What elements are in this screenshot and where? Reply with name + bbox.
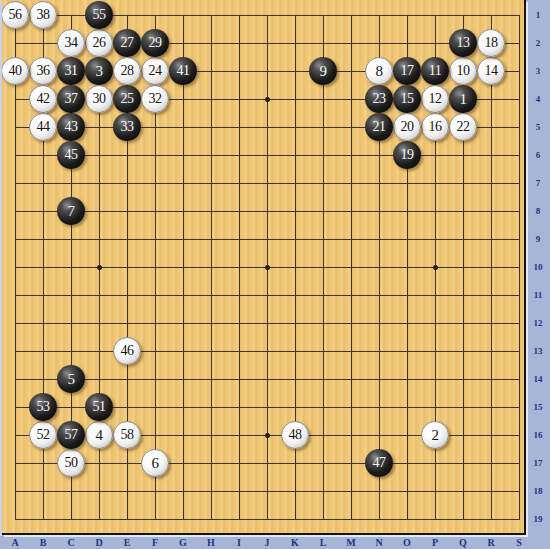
move-number: 33 <box>121 113 134 141</box>
stone-white-22[interactable]: 22 <box>449 113 477 141</box>
column-label-D: D <box>89 537 109 549</box>
row-label-3: 3 <box>529 66 547 77</box>
row-label-17: 17 <box>529 458 547 469</box>
stone-white-24[interactable]: 24 <box>141 57 169 85</box>
stone-white-58[interactable]: 58 <box>113 421 141 449</box>
star-point-D10 <box>97 265 102 270</box>
stone-black-29[interactable]: 29 <box>141 29 169 57</box>
stone-black-31[interactable]: 31 <box>57 57 85 85</box>
row-label-2: 2 <box>529 38 547 49</box>
column-label-G: G <box>173 537 193 549</box>
stone-black-7[interactable]: 7 <box>57 197 85 225</box>
stone-white-8[interactable]: 8 <box>365 57 393 85</box>
move-number: 28 <box>121 57 134 85</box>
move-number: 17 <box>401 57 414 85</box>
stone-black-17[interactable]: 17 <box>393 57 421 85</box>
stone-white-16[interactable]: 16 <box>421 113 449 141</box>
stone-white-12[interactable]: 12 <box>421 85 449 113</box>
row-label-16: 16 <box>529 430 547 441</box>
star-point-P10 <box>433 265 438 270</box>
column-label-B: B <box>33 537 53 549</box>
row-label-7: 7 <box>529 178 547 189</box>
move-number: 19 <box>401 141 414 169</box>
move-number: 1 <box>460 85 467 113</box>
move-number: 9 <box>320 57 327 85</box>
stone-white-30[interactable]: 30 <box>85 85 113 113</box>
move-number: 21 <box>373 113 386 141</box>
move-number: 12 <box>429 85 442 113</box>
stone-black-45[interactable]: 45 <box>57 141 85 169</box>
row-label-5: 5 <box>529 122 547 133</box>
move-number: 25 <box>121 85 134 113</box>
grid-line-row-12 <box>15 323 520 324</box>
row-label-9: 9 <box>529 234 547 245</box>
row-label-15: 15 <box>529 402 547 413</box>
grid-line-row-18 <box>15 491 520 492</box>
grid-line-row-11 <box>15 295 520 296</box>
row-label-13: 13 <box>529 346 547 357</box>
stone-black-19[interactable]: 19 <box>393 141 421 169</box>
row-label-18: 18 <box>529 486 547 497</box>
row-label-1: 1 <box>529 10 547 21</box>
stone-black-37[interactable]: 37 <box>57 85 85 113</box>
stone-white-26[interactable]: 26 <box>85 29 113 57</box>
stone-black-3[interactable]: 3 <box>85 57 113 85</box>
stone-black-55[interactable]: 55 <box>85 1 113 29</box>
move-number: 20 <box>401 113 414 141</box>
move-number: 41 <box>177 57 190 85</box>
stone-white-32[interactable]: 32 <box>141 85 169 113</box>
grid-line-row-6 <box>15 155 520 156</box>
move-number: 8 <box>376 57 383 85</box>
stone-white-2[interactable]: 2 <box>421 421 449 449</box>
row-label-12: 12 <box>529 318 547 329</box>
move-number: 29 <box>149 29 162 57</box>
move-number: 46 <box>121 337 134 365</box>
stone-white-28[interactable]: 28 <box>113 57 141 85</box>
stone-white-56[interactable]: 56 <box>2 1 29 29</box>
stone-white-10[interactable]: 10 <box>449 57 477 85</box>
stone-white-42[interactable]: 42 <box>29 85 57 113</box>
stone-black-57[interactable]: 57 <box>57 421 85 449</box>
stone-white-40[interactable]: 40 <box>2 57 29 85</box>
column-label-Q: Q <box>453 537 473 549</box>
stone-black-5[interactable]: 5 <box>57 365 85 393</box>
stone-white-36[interactable]: 36 <box>29 57 57 85</box>
column-label-O: O <box>397 537 417 549</box>
row-label-14: 14 <box>529 374 547 385</box>
move-number: 31 <box>65 57 78 85</box>
move-number: 26 <box>93 29 106 57</box>
move-number: 6 <box>152 449 159 477</box>
column-label-M: M <box>341 537 361 549</box>
stone-black-47[interactable]: 47 <box>365 449 393 477</box>
move-number: 16 <box>429 113 442 141</box>
grid-line-row-7 <box>15 183 520 184</box>
stone-white-6[interactable]: 6 <box>141 449 169 477</box>
column-label-H: H <box>201 537 221 549</box>
move-number: 13 <box>457 29 470 57</box>
stone-white-18[interactable]: 18 <box>477 29 505 57</box>
stone-white-48[interactable]: 48 <box>281 421 309 449</box>
stone-black-9[interactable]: 9 <box>309 57 337 85</box>
row-label-10: 10 <box>529 262 547 273</box>
stone-white-52[interactable]: 52 <box>29 421 57 449</box>
move-number: 7 <box>68 197 75 225</box>
move-number: 43 <box>65 113 78 141</box>
stone-black-13[interactable]: 13 <box>449 29 477 57</box>
stone-black-27[interactable]: 27 <box>113 29 141 57</box>
grid-line-row-9 <box>15 239 520 240</box>
move-number: 5 <box>68 365 75 393</box>
row-label-6: 6 <box>529 150 547 161</box>
move-number: 48 <box>289 421 302 449</box>
row-label-19: 19 <box>529 514 547 525</box>
star-point-J10 <box>265 265 270 270</box>
move-number: 22 <box>457 113 470 141</box>
stone-white-44[interactable]: 44 <box>29 113 57 141</box>
grid-line-row-14 <box>15 379 520 380</box>
column-label-C: C <box>61 537 81 549</box>
move-number: 44 <box>37 113 50 141</box>
stone-white-50[interactable]: 50 <box>57 449 85 477</box>
go-board[interactable]: 1234567891011121314151617181920212223242… <box>2 0 526 535</box>
stone-black-25[interactable]: 25 <box>113 85 141 113</box>
move-number: 47 <box>373 449 386 477</box>
stone-white-14[interactable]: 14 <box>477 57 505 85</box>
move-number: 55 <box>93 1 106 29</box>
board-left-edge <box>0 0 2 536</box>
go-kifu-diagram: 1234567891011121314151617181920212223242… <box>0 0 550 549</box>
column-label-P: P <box>425 537 445 549</box>
column-label-I: I <box>229 537 249 549</box>
stone-black-15[interactable]: 15 <box>393 85 421 113</box>
move-number: 56 <box>9 1 22 29</box>
column-label-E: E <box>117 537 137 549</box>
column-label-K: K <box>285 537 305 549</box>
grid-line-row-19 <box>15 519 520 520</box>
row-label-11: 11 <box>529 290 547 301</box>
move-number: 45 <box>65 141 78 169</box>
move-number: 14 <box>485 57 498 85</box>
column-label-J: J <box>257 537 277 549</box>
stone-black-41[interactable]: 41 <box>169 57 197 85</box>
move-number: 27 <box>121 29 134 57</box>
move-number: 10 <box>457 57 470 85</box>
row-label-8: 8 <box>529 206 547 217</box>
stone-white-4[interactable]: 4 <box>85 421 113 449</box>
grid-line-row-8 <box>15 211 520 212</box>
move-number: 38 <box>37 1 50 29</box>
grid-line-row-13 <box>15 351 520 352</box>
column-label-L: L <box>313 537 333 549</box>
stone-black-53[interactable]: 53 <box>29 393 57 421</box>
stone-white-34[interactable]: 34 <box>57 29 85 57</box>
stone-black-11[interactable]: 11 <box>421 57 449 85</box>
move-number: 24 <box>149 57 162 85</box>
column-label-A: A <box>5 537 25 549</box>
move-number: 15 <box>401 85 414 113</box>
stone-white-46[interactable]: 46 <box>113 337 141 365</box>
move-number: 53 <box>37 393 50 421</box>
move-number: 52 <box>37 421 50 449</box>
move-number: 3 <box>96 57 103 85</box>
move-number: 50 <box>65 449 78 477</box>
move-number: 30 <box>93 85 106 113</box>
grid-line-row-17 <box>15 463 520 464</box>
move-number: 11 <box>429 57 441 85</box>
move-number: 36 <box>37 57 50 85</box>
move-number: 18 <box>485 29 498 57</box>
stone-black-1[interactable]: 1 <box>449 85 477 113</box>
row-label-4: 4 <box>529 94 547 105</box>
move-number: 4 <box>96 421 103 449</box>
stone-black-43[interactable]: 43 <box>57 113 85 141</box>
stone-white-20[interactable]: 20 <box>393 113 421 141</box>
stone-black-33[interactable]: 33 <box>113 113 141 141</box>
move-number: 51 <box>93 393 106 421</box>
stone-black-23[interactable]: 23 <box>365 85 393 113</box>
column-label-R: R <box>481 537 501 549</box>
column-label-N: N <box>369 537 389 549</box>
star-point-J16 <box>265 433 270 438</box>
stone-black-21[interactable]: 21 <box>365 113 393 141</box>
move-number: 34 <box>65 29 78 57</box>
stone-white-38[interactable]: 38 <box>29 1 57 29</box>
move-number: 37 <box>65 85 78 113</box>
move-number: 2 <box>432 421 439 449</box>
move-number: 23 <box>373 85 386 113</box>
move-number: 57 <box>65 421 78 449</box>
move-number: 40 <box>9 57 22 85</box>
move-number: 58 <box>121 421 134 449</box>
move-number: 42 <box>37 85 50 113</box>
column-label-S: S <box>509 537 529 549</box>
column-label-F: F <box>145 537 165 549</box>
move-number: 32 <box>149 85 162 113</box>
star-point-J4 <box>265 97 270 102</box>
stone-black-51[interactable]: 51 <box>85 393 113 421</box>
